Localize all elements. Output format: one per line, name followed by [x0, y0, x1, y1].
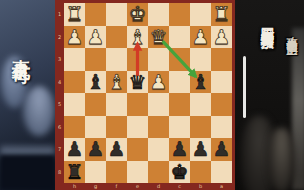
square-e7[interactable] [127, 138, 148, 161]
square-h5[interactable] [64, 93, 85, 116]
square-g2[interactable]: ♟ [85, 26, 106, 49]
square-c2[interactable] [169, 26, 190, 49]
piece-bP-c7[interactable]: ♟ [169, 138, 190, 161]
rank-label-5: 5 [55, 93, 64, 116]
square-f2[interactable] [106, 26, 127, 49]
square-c6[interactable] [169, 116, 190, 139]
square-c7[interactable]: ♟ [169, 138, 190, 161]
square-e3[interactable] [127, 48, 148, 71]
piece-bP-a7[interactable]: ♟ [211, 138, 232, 161]
rank-label-4: 4 [55, 71, 64, 94]
square-e4[interactable]: ♛ [127, 71, 148, 94]
square-h1[interactable]: ♜ [64, 3, 85, 26]
square-a1[interactable]: ♜ [211, 3, 232, 26]
square-e2[interactable]: ♝ [127, 26, 148, 49]
file-label-g: g [85, 183, 106, 190]
board-grid: ♜♚♜♟♟♝♛♟♟♝♝♛♟♝♟♟♟♟♟♟♜♚ [64, 3, 232, 183]
piece-wP-g2[interactable]: ♟ [85, 26, 106, 49]
piece-bP-h7[interactable]: ♟ [64, 138, 85, 161]
square-f7[interactable]: ♟ [106, 138, 127, 161]
blurred-chess-piece [268, 128, 295, 190]
square-b2[interactable]: ♟ [190, 26, 211, 49]
square-g8[interactable] [85, 161, 106, 184]
file-label-b: b [190, 183, 211, 190]
square-a2[interactable]: ♟ [211, 26, 232, 49]
square-h4[interactable] [64, 71, 85, 94]
square-d2[interactable]: ♛ [148, 26, 169, 49]
file-label-h: h [64, 183, 85, 190]
watermark-text: 直隶亿可 [11, 44, 32, 56]
square-f8[interactable] [106, 161, 127, 184]
blurred-chess-piece [23, 86, 55, 136]
square-c3[interactable] [169, 48, 190, 71]
square-b4[interactable]: ♝ [190, 71, 211, 94]
piece-wB-f4[interactable]: ♝ [106, 71, 127, 94]
square-b7[interactable]: ♟ [190, 138, 211, 161]
square-g6[interactable] [85, 116, 106, 139]
piece-wQ-d2[interactable]: ♛ [148, 26, 169, 49]
square-f4[interactable]: ♝ [106, 71, 127, 94]
square-d1[interactable] [148, 3, 169, 26]
file-label-d: d [148, 183, 169, 190]
piece-bP-f7[interactable]: ♟ [106, 138, 127, 161]
square-f6[interactable] [106, 116, 127, 139]
series-title-text: 国际象棋中局攻杀技巧 [257, 17, 277, 27]
square-f3[interactable] [106, 48, 127, 71]
piece-wR-h1[interactable]: ♜ [64, 3, 85, 26]
square-e5[interactable] [127, 93, 148, 116]
square-e8[interactable] [127, 161, 148, 184]
square-f5[interactable] [106, 93, 127, 116]
rank-label-2: 2 [55, 26, 64, 49]
square-h7[interactable]: ♟ [64, 138, 85, 161]
rank-label-3: 3 [55, 48, 64, 71]
square-b8[interactable] [190, 161, 211, 184]
piece-bP-b7[interactable]: ♟ [190, 138, 211, 161]
piece-wP-b2[interactable]: ♟ [190, 26, 211, 49]
file-label-e: e [127, 183, 148, 190]
square-c5[interactable] [169, 93, 190, 116]
square-g3[interactable] [85, 48, 106, 71]
blurred-shadow [0, 155, 55, 190]
piece-wP-h2[interactable]: ♟ [64, 26, 85, 49]
square-h2[interactable]: ♟ [64, 26, 85, 49]
square-d3[interactable] [148, 48, 169, 71]
square-c1[interactable] [169, 3, 190, 26]
square-d8[interactable] [148, 161, 169, 184]
piece-bR-h8[interactable]: ♜ [64, 161, 85, 184]
square-d6[interactable] [148, 116, 169, 139]
left-background-photo: 直隶亿可 [0, 0, 55, 190]
square-a5[interactable] [211, 93, 232, 116]
right-background-photo: 国际象棋中局攻杀技巧 攻击未易位的王（一） [235, 0, 304, 190]
square-g1[interactable] [85, 3, 106, 26]
square-b5[interactable] [190, 93, 211, 116]
piece-bB-b4[interactable]: ♝ [190, 71, 211, 94]
white-accent-bar [243, 56, 246, 118]
square-g4[interactable]: ♝ [85, 71, 106, 94]
square-f1[interactable] [106, 3, 127, 26]
file-label-c: c [169, 183, 190, 190]
rank-label-7: 7 [55, 138, 64, 161]
piece-wB-e2[interactable]: ♝ [127, 26, 148, 49]
square-c8[interactable]: ♚ [169, 161, 190, 184]
square-a3[interactable] [211, 48, 232, 71]
square-h6[interactable] [64, 116, 85, 139]
piece-wP-a2[interactable]: ♟ [211, 26, 232, 49]
piece-bK-c8[interactable]: ♚ [169, 161, 190, 184]
square-d4[interactable]: ♟ [148, 71, 169, 94]
square-d7[interactable] [148, 138, 169, 161]
square-a8[interactable] [211, 161, 232, 184]
square-h3[interactable] [64, 48, 85, 71]
square-g7[interactable]: ♟ [85, 138, 106, 161]
piece-bB-g4[interactable]: ♝ [85, 71, 106, 94]
piece-wP-d4[interactable]: ♟ [148, 71, 169, 94]
piece-bQ-e4[interactable]: ♛ [127, 71, 148, 94]
video-thumbnail: 直隶亿可 ♜♚♜♟♟♝♛♟♟♝♝♛♟♝♟♟♟♟♟♟♜♚ 12345678 hgf… [0, 0, 304, 190]
square-b1[interactable] [190, 3, 211, 26]
square-a6[interactable] [211, 116, 232, 139]
square-h8[interactable]: ♜ [64, 161, 85, 184]
square-d5[interactable] [148, 93, 169, 116]
square-a7[interactable]: ♟ [211, 138, 232, 161]
file-label-f: f [106, 183, 127, 190]
square-b6[interactable] [190, 116, 211, 139]
rank-label-1: 1 [55, 3, 64, 26]
rank-label-6: 6 [55, 116, 64, 139]
piece-wR-a1[interactable]: ♜ [211, 3, 232, 26]
piece-wK-e1[interactable]: ♚ [127, 3, 148, 26]
square-b3[interactable] [190, 48, 211, 71]
episode-title-text: 攻击未易位的王（一） [285, 27, 298, 42]
square-e6[interactable] [127, 116, 148, 139]
square-g5[interactable] [85, 93, 106, 116]
piece-bP-g7[interactable]: ♟ [85, 138, 106, 161]
square-a4[interactable] [211, 71, 232, 94]
chess-board: ♜♚♜♟♟♝♛♟♟♝♝♛♟♝♟♟♟♟♟♟♜♚ 12345678 hgfedcba [55, 0, 235, 190]
square-e1[interactable]: ♚ [127, 3, 148, 26]
file-labels: hgfedcba [64, 183, 232, 190]
file-label-a: a [211, 183, 232, 190]
square-c4[interactable] [169, 71, 190, 94]
rank-label-8: 8 [55, 161, 64, 184]
